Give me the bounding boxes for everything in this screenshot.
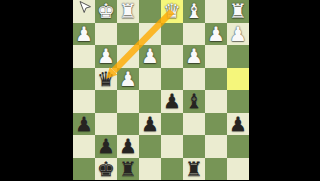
- white-king[interactable]: ♚: [97, 1, 115, 21]
- square-d7[interactable]: [161, 135, 183, 158]
- square-e1[interactable]: [139, 0, 161, 23]
- square-e6[interactable]: ♟: [139, 113, 161, 136]
- square-b6[interactable]: [205, 113, 227, 136]
- square-g1[interactable]: ♚: [95, 0, 117, 23]
- square-b5[interactable]: [205, 90, 227, 113]
- white-rook[interactable]: ♜: [229, 1, 247, 21]
- square-a6[interactable]: ♟: [227, 113, 249, 136]
- white-pawn[interactable]: ♟: [97, 46, 115, 66]
- square-h6[interactable]: ♟: [73, 113, 95, 136]
- square-g3[interactable]: ♟: [95, 45, 117, 68]
- square-f4[interactable]: ♟: [117, 68, 139, 91]
- chess-board: ♚♜♛♝♜♟♟♟♟♟♟♛♟♟♝♟♟♟♟♟♚♜♜: [73, 0, 249, 180]
- white-rook[interactable]: ♜: [119, 1, 137, 21]
- square-e3[interactable]: ♟: [139, 45, 161, 68]
- square-c8[interactable]: ♜: [183, 158, 205, 181]
- white-pawn[interactable]: ♟: [141, 46, 159, 66]
- square-d1[interactable]: ♛: [161, 0, 183, 23]
- square-g2[interactable]: [95, 23, 117, 46]
- square-a1[interactable]: ♜: [227, 0, 249, 23]
- square-g5[interactable]: [95, 90, 117, 113]
- square-d8[interactable]: [161, 158, 183, 181]
- square-b7[interactable]: [205, 135, 227, 158]
- white-bishop[interactable]: ♝: [185, 1, 203, 21]
- black-pawn[interactable]: ♟: [141, 113, 159, 133]
- square-g4[interactable]: ♛: [95, 68, 117, 91]
- black-pawn[interactable]: ♟: [229, 113, 247, 133]
- square-f3[interactable]: [117, 45, 139, 68]
- white-pawn[interactable]: ♟: [75, 23, 93, 43]
- square-d4[interactable]: [161, 68, 183, 91]
- square-c1[interactable]: ♝: [183, 0, 205, 23]
- square-h1[interactable]: [73, 0, 95, 23]
- square-b1[interactable]: [205, 0, 227, 23]
- square-h5[interactable]: [73, 90, 95, 113]
- square-h8[interactable]: [73, 158, 95, 181]
- square-e7[interactable]: [139, 135, 161, 158]
- square-c4[interactable]: [183, 68, 205, 91]
- white-queen[interactable]: ♛: [163, 1, 181, 21]
- black-pawn[interactable]: ♟: [163, 91, 181, 111]
- black-rook[interactable]: ♜: [119, 158, 137, 178]
- square-c3[interactable]: ♟: [183, 45, 205, 68]
- square-a5[interactable]: [227, 90, 249, 113]
- black-pawn[interactable]: ♟: [75, 113, 93, 133]
- black-king[interactable]: ♚: [97, 158, 115, 178]
- square-d5[interactable]: ♟: [161, 90, 183, 113]
- square-b8[interactable]: [205, 158, 227, 181]
- square-h2[interactable]: ♟: [73, 23, 95, 46]
- black-bishop[interactable]: ♝: [185, 91, 203, 111]
- square-b2[interactable]: ♟: [205, 23, 227, 46]
- square-a4[interactable]: [227, 68, 249, 91]
- video-frame: ♚♜♛♝♜♟♟♟♟♟♟♛♟♟♝♟♟♟♟♟♚♜♜: [0, 0, 320, 180]
- square-c5[interactable]: ♝: [183, 90, 205, 113]
- square-f5[interactable]: [117, 90, 139, 113]
- square-e5[interactable]: [139, 90, 161, 113]
- square-e8[interactable]: [139, 158, 161, 181]
- black-queen[interactable]: ♛: [97, 68, 115, 88]
- black-pawn[interactable]: ♟: [97, 136, 115, 156]
- square-d3[interactable]: [161, 45, 183, 68]
- square-c6[interactable]: [183, 113, 205, 136]
- square-a8[interactable]: [227, 158, 249, 181]
- square-h7[interactable]: [73, 135, 95, 158]
- square-e2[interactable]: [139, 23, 161, 46]
- letterbox-right: [249, 0, 320, 180]
- square-g6[interactable]: [95, 113, 117, 136]
- square-h4[interactable]: [73, 68, 95, 91]
- square-a3[interactable]: [227, 45, 249, 68]
- black-rook[interactable]: ♜: [185, 158, 203, 178]
- white-pawn[interactable]: ♟: [185, 46, 203, 66]
- square-f1[interactable]: ♜: [117, 0, 139, 23]
- square-a2[interactable]: ♟: [227, 23, 249, 46]
- square-a7[interactable]: [227, 135, 249, 158]
- square-g7[interactable]: ♟: [95, 135, 117, 158]
- square-h3[interactable]: [73, 45, 95, 68]
- square-f8[interactable]: ♜: [117, 158, 139, 181]
- square-f6[interactable]: [117, 113, 139, 136]
- square-b3[interactable]: [205, 45, 227, 68]
- square-c2[interactable]: [183, 23, 205, 46]
- square-c7[interactable]: [183, 135, 205, 158]
- square-d2[interactable]: [161, 23, 183, 46]
- square-f7[interactable]: ♟: [117, 135, 139, 158]
- white-pawn[interactable]: ♟: [207, 23, 225, 43]
- square-g8[interactable]: ♚: [95, 158, 117, 181]
- white-pawn[interactable]: ♟: [229, 23, 247, 43]
- square-b4[interactable]: [205, 68, 227, 91]
- square-d6[interactable]: [161, 113, 183, 136]
- black-pawn[interactable]: ♟: [119, 136, 137, 156]
- square-f2[interactable]: [117, 23, 139, 46]
- white-pawn[interactable]: ♟: [119, 68, 137, 88]
- square-e4[interactable]: [139, 68, 161, 91]
- letterbox-left: [0, 0, 73, 180]
